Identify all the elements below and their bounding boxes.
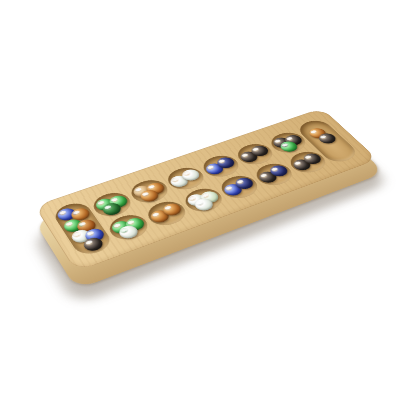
- pit-back-3[interactable]: [162, 164, 209, 193]
- stone-blue: [55, 206, 78, 222]
- pit-back-1[interactable]: [88, 189, 136, 220]
- stone-black: [81, 236, 105, 253]
- mancala-board-scene: [34, 108, 378, 272]
- stone-blue: [83, 227, 107, 244]
- stone-navy: [233, 176, 257, 191]
- stone-copper: [75, 218, 99, 235]
- stone-clear: [192, 197, 216, 213]
- pit-front-1[interactable]: [104, 211, 153, 244]
- stone-green: [123, 216, 147, 233]
- stone-clear: [69, 228, 93, 245]
- stone-green: [109, 219, 133, 236]
- stone-tan: [131, 184, 154, 199]
- stone-green: [107, 194, 130, 210]
- stone-palegreen: [198, 189, 222, 205]
- pit-front-3[interactable]: [180, 185, 228, 216]
- stone-clear: [185, 192, 209, 208]
- stone-amber: [148, 208, 172, 224]
- stone-amber: [138, 188, 161, 203]
- stone-green: [93, 197, 116, 213]
- stone-amber: [69, 206, 93, 222]
- stone-darkgreen: [100, 201, 124, 217]
- stone-amber: [160, 202, 184, 218]
- stone-blue: [221, 182, 245, 197]
- photo-canvas: [0, 0, 400, 400]
- pit-front-2[interactable]: [143, 198, 192, 230]
- stone-amber: [144, 181, 167, 196]
- stone-green: [61, 217, 85, 234]
- pit-back-2[interactable]: [126, 176, 173, 206]
- stone-clear: [116, 224, 140, 241]
